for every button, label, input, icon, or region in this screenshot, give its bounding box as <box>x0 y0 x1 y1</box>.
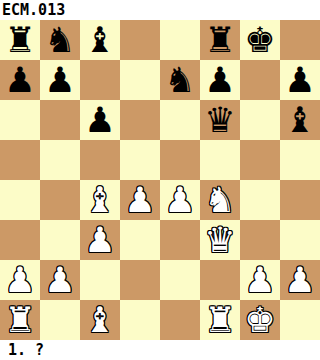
square-f2[interactable] <box>200 260 240 300</box>
square-f1[interactable]: ♜ <box>200 300 240 340</box>
square-c4[interactable]: ♝ <box>80 180 120 220</box>
white-rook: ♜ <box>4 300 35 340</box>
square-c2[interactable] <box>80 260 120 300</box>
black-rook: ♜ <box>4 20 35 60</box>
square-b6[interactable] <box>40 100 80 140</box>
square-b3[interactable] <box>40 220 80 260</box>
square-h5[interactable] <box>280 140 320 180</box>
black-pawn: ♟ <box>84 100 115 140</box>
title-bar: ECM.013 <box>0 0 320 20</box>
square-f4[interactable]: ♞ <box>200 180 240 220</box>
square-h7[interactable]: ♟ <box>280 60 320 100</box>
white-pawn: ♟ <box>244 260 275 300</box>
square-b5[interactable] <box>40 140 80 180</box>
square-c3[interactable]: ♟ <box>80 220 120 260</box>
square-a8[interactable]: ♜ <box>0 20 40 60</box>
square-c8[interactable]: ♝ <box>80 20 120 60</box>
square-b7[interactable]: ♟ <box>40 60 80 100</box>
black-rook: ♜ <box>204 20 235 60</box>
square-h4[interactable] <box>280 180 320 220</box>
black-knight: ♞ <box>44 20 75 60</box>
black-king: ♚ <box>244 20 275 60</box>
white-pawn: ♟ <box>284 260 315 300</box>
square-a4[interactable] <box>0 180 40 220</box>
chess-board: ♜♞♝♜♚♟♟♞♟♟♟♛♝♝♟♟♞♟♛♟♟♟♟♜♝♜♚ <box>0 20 320 340</box>
square-g7[interactable] <box>240 60 280 100</box>
square-a1[interactable]: ♜ <box>0 300 40 340</box>
square-c1[interactable]: ♝ <box>80 300 120 340</box>
square-e7[interactable]: ♞ <box>160 60 200 100</box>
black-queen: ♛ <box>204 100 235 140</box>
white-pawn: ♟ <box>124 180 155 220</box>
square-e1[interactable] <box>160 300 200 340</box>
square-h2[interactable]: ♟ <box>280 260 320 300</box>
square-a5[interactable] <box>0 140 40 180</box>
white-pawn: ♟ <box>84 220 115 260</box>
square-h1[interactable] <box>280 300 320 340</box>
square-c5[interactable] <box>80 140 120 180</box>
black-pawn: ♟ <box>284 60 315 100</box>
black-knight: ♞ <box>164 60 195 100</box>
status-bar: 1. ? <box>0 340 320 360</box>
square-e4[interactable]: ♟ <box>160 180 200 220</box>
square-a2[interactable]: ♟ <box>0 260 40 300</box>
square-g6[interactable] <box>240 100 280 140</box>
black-bishop: ♝ <box>284 100 315 140</box>
square-d8[interactable] <box>120 20 160 60</box>
white-bishop: ♝ <box>84 300 115 340</box>
square-e3[interactable] <box>160 220 200 260</box>
square-g2[interactable]: ♟ <box>240 260 280 300</box>
square-e5[interactable] <box>160 140 200 180</box>
black-bishop: ♝ <box>84 20 115 60</box>
square-d1[interactable] <box>120 300 160 340</box>
square-e2[interactable] <box>160 260 200 300</box>
white-knight: ♞ <box>204 180 235 220</box>
square-d4[interactable]: ♟ <box>120 180 160 220</box>
white-rook: ♜ <box>204 300 235 340</box>
white-pawn: ♟ <box>44 260 75 300</box>
square-h8[interactable] <box>280 20 320 60</box>
square-h6[interactable]: ♝ <box>280 100 320 140</box>
square-h3[interactable] <box>280 220 320 260</box>
square-f6[interactable]: ♛ <box>200 100 240 140</box>
square-d5[interactable] <box>120 140 160 180</box>
square-g1[interactable]: ♚ <box>240 300 280 340</box>
square-f3[interactable]: ♛ <box>200 220 240 260</box>
square-c7[interactable] <box>80 60 120 100</box>
square-b2[interactable]: ♟ <box>40 260 80 300</box>
white-queen: ♛ <box>204 220 235 260</box>
white-bishop: ♝ <box>84 180 115 220</box>
chess-puzzle-window: ECM.013 ♜♞♝♜♚♟♟♞♟♟♟♛♝♝♟♟♞♟♛♟♟♟♟♜♝♜♚ 1. ? <box>0 0 320 360</box>
square-g3[interactable] <box>240 220 280 260</box>
square-g5[interactable] <box>240 140 280 180</box>
square-a7[interactable]: ♟ <box>0 60 40 100</box>
black-pawn: ♟ <box>44 60 75 100</box>
puzzle-title: ECM.013 <box>0 0 65 20</box>
white-pawn: ♟ <box>164 180 195 220</box>
square-f5[interactable] <box>200 140 240 180</box>
square-b4[interactable] <box>40 180 80 220</box>
square-a3[interactable] <box>0 220 40 260</box>
square-g4[interactable] <box>240 180 280 220</box>
square-b1[interactable] <box>40 300 80 340</box>
square-d7[interactable] <box>120 60 160 100</box>
white-pawn: ♟ <box>4 260 35 300</box>
square-b8[interactable]: ♞ <box>40 20 80 60</box>
square-d6[interactable] <box>120 100 160 140</box>
square-d3[interactable] <box>120 220 160 260</box>
square-d2[interactable] <box>120 260 160 300</box>
square-g8[interactable]: ♚ <box>240 20 280 60</box>
black-pawn: ♟ <box>204 60 235 100</box>
move-prompt: 1. ? <box>0 340 44 360</box>
square-f7[interactable]: ♟ <box>200 60 240 100</box>
white-king: ♚ <box>244 300 275 340</box>
square-f8[interactable]: ♜ <box>200 20 240 60</box>
black-pawn: ♟ <box>4 60 35 100</box>
square-e6[interactable] <box>160 100 200 140</box>
square-c6[interactable]: ♟ <box>80 100 120 140</box>
square-e8[interactable] <box>160 20 200 60</box>
square-a6[interactable] <box>0 100 40 140</box>
